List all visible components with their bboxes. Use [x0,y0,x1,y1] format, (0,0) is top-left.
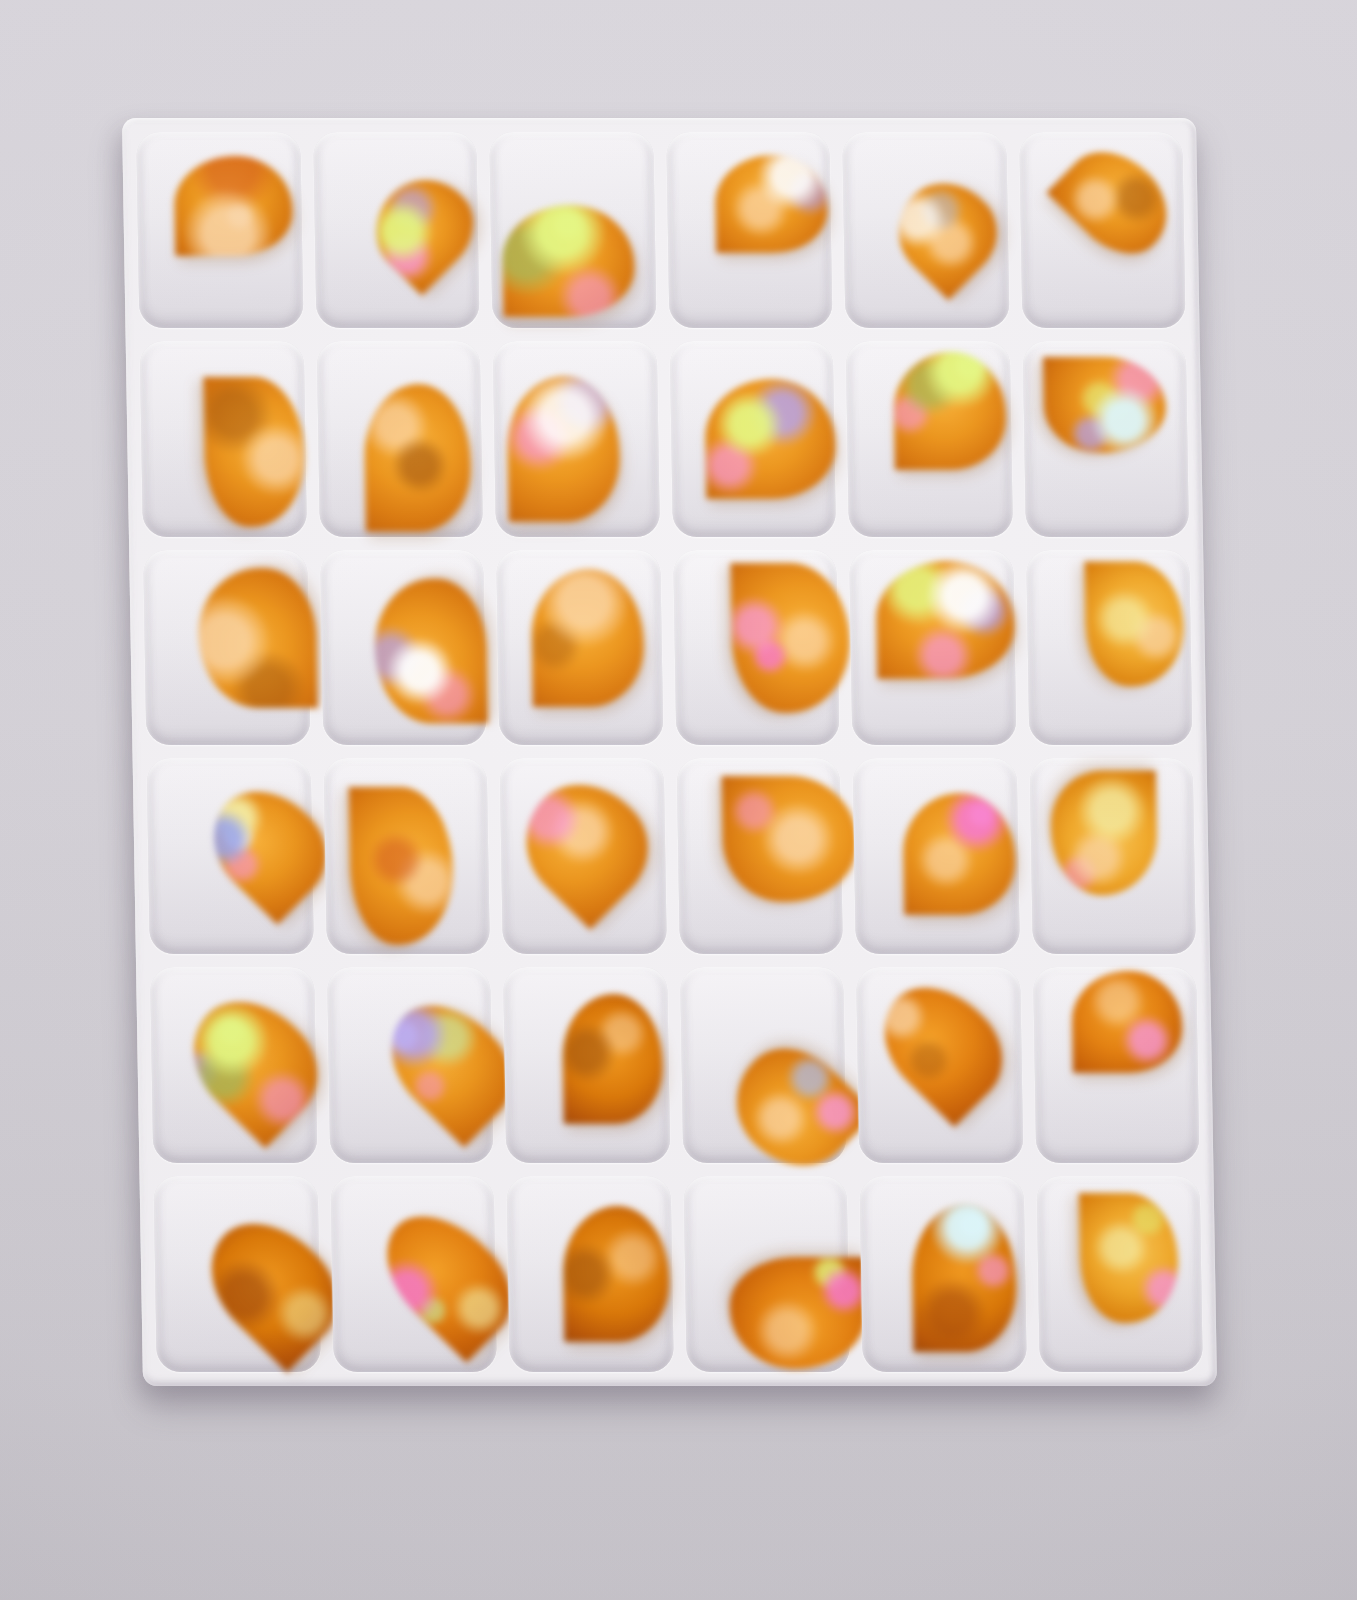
tray-compartment [500,758,667,954]
crystal-bead [722,776,859,902]
tray-compartment [680,967,847,1163]
crystal-bead [349,787,455,945]
tray-compartment [1026,550,1193,746]
tray-compartment [493,341,660,537]
crystal-bead [1071,971,1183,1073]
crystal-bead [1043,357,1167,453]
tray-compartment [143,550,310,746]
crystal-bead [501,205,635,317]
tray-compartment [683,1176,850,1372]
crystal-bead [506,376,620,522]
crystal-bead [197,568,317,708]
crystal-bead [561,994,663,1124]
crystal-bead [530,569,644,707]
crystal-bead [364,384,472,532]
tray-compartment [860,1176,1027,1372]
tray-compartment [136,132,303,328]
crystal-bead [902,793,1016,915]
tray-compartment [673,550,840,746]
tray-compartment [150,967,317,1163]
tray-compartment [1036,1176,1203,1372]
tray-compartment [327,967,494,1163]
photo-background [0,0,1357,1600]
tray-compartment [666,132,833,328]
crystal-bead [1046,132,1186,272]
crystal-bead [893,352,1007,470]
tray-compartment [853,758,1020,954]
tray-grid [122,118,1217,1386]
tray-compartment [1029,758,1196,954]
crystal-bead [1079,1193,1179,1323]
tray-compartment [489,132,656,328]
tray-compartment [1022,341,1189,537]
crystal-bead [878,163,1015,300]
tray-compartment [154,1176,321,1372]
tray-compartment [496,550,663,746]
tray-compartment [140,341,307,537]
crystal-bead [1050,770,1158,895]
crystal-bead [169,978,340,1149]
tray-compartment [676,758,843,954]
tray-compartment [1033,967,1200,1163]
bead-tray [122,118,1217,1386]
tray-compartment [856,967,1023,1163]
crystal-bead [715,155,829,253]
crystal-bead [203,377,305,527]
tray-compartment [842,132,1009,328]
crystal-bead [730,563,850,713]
tray-compartment [330,1176,497,1372]
crystal-bead [875,561,1015,679]
tray-compartment [503,967,670,1163]
tray-compartment [323,758,490,954]
tray-compartment [849,550,1016,746]
tray-compartment [507,1176,674,1372]
crystal-bead [1085,562,1185,687]
tray-compartment [316,341,483,537]
crystal-bead [729,1257,867,1369]
crystal-bead [705,379,837,499]
tray-compartment [669,341,836,537]
crystal-bead [356,160,492,296]
crystal-bead [374,579,488,724]
tray-compartment [313,132,480,328]
tray-compartment [846,341,1013,537]
tray-compartment [1019,132,1186,328]
crystal-bead [861,964,1024,1127]
tray-compartment [320,550,487,746]
crystal-bead [174,156,294,256]
tray-compartment [147,758,314,954]
crystal-bead [713,1027,876,1190]
crystal-bead [562,1206,670,1342]
crystal-bead [501,760,671,930]
crystal-bead [911,1204,1017,1352]
